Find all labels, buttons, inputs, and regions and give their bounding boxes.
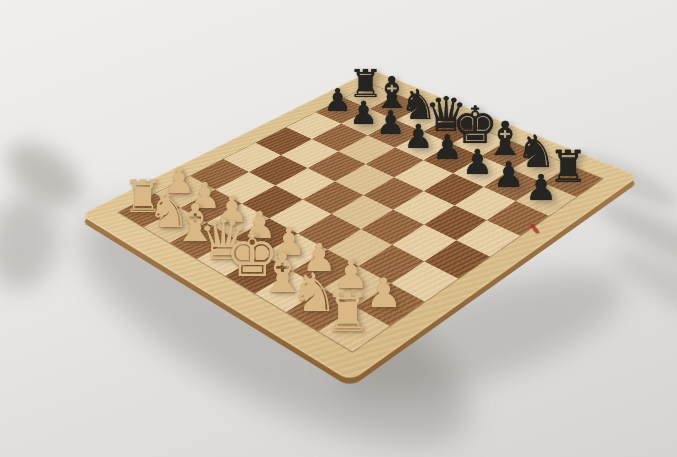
cast-shadow-black-pieces-3 xyxy=(604,237,677,361)
chessboard xyxy=(80,70,638,382)
cast-shadow-left-upper xyxy=(0,130,93,218)
signature-mark xyxy=(529,223,540,234)
cast-shadow-left-lower xyxy=(0,190,66,296)
squares-grid xyxy=(119,84,603,351)
photo-stage: ♜♝♞♛♚♝♞♜♟♟♟♟♟♟♟♟♟♟♟♟♟♟♟♟♜♞♝♛♚♝♞♜ xyxy=(0,0,677,457)
